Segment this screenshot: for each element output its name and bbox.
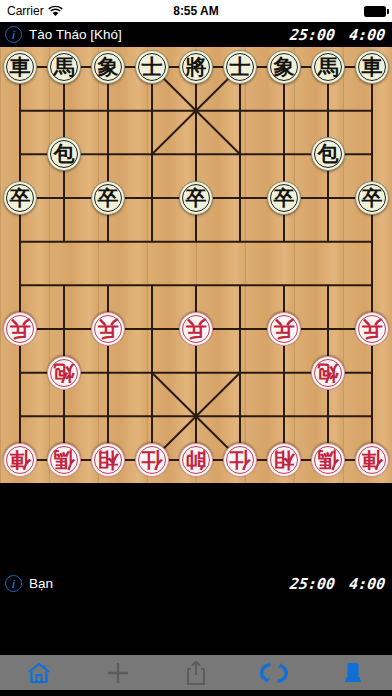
piece-red-6-0[interactable]: 兵 (3, 312, 37, 346)
piece-glyph: 車 (10, 57, 31, 78)
player-name: Bạn (29, 576, 53, 591)
piece-glyph: 炮 (54, 362, 75, 383)
piece-glyph: 相 (98, 450, 119, 471)
piece-red-6-6[interactable]: 兵 (267, 312, 301, 346)
player-info-button[interactable]: i (5, 575, 22, 592)
piece-glyph: 象 (274, 57, 295, 78)
opponent-clocks: 25:00 4:00 (289, 26, 392, 44)
piece-red-9-3[interactable]: 仕 (135, 443, 169, 477)
piece-black-0-0[interactable]: 車 (3, 50, 37, 84)
piece-glyph: 卒 (10, 188, 31, 209)
opponent-info-button[interactable]: i (5, 26, 22, 43)
piece-glyph: 士 (230, 57, 251, 78)
piece-glyph: 馬 (54, 57, 75, 78)
player-move-clock: 4:00 (348, 575, 386, 593)
piece-red-9-2[interactable]: 相 (91, 443, 125, 477)
tab-share[interactable] (157, 655, 235, 690)
piece-red-9-8[interactable]: 俥 (355, 443, 389, 477)
piece-black-3-4[interactable]: 卒 (179, 181, 213, 215)
piece-black-3-6[interactable]: 卒 (267, 181, 301, 215)
piece-glyph: 仕 (142, 450, 163, 471)
tab-pieces[interactable] (314, 655, 392, 690)
piece-glyph: 馬 (318, 57, 339, 78)
app-screen: Carrier 8:55 AM i Tào Tháo [Khó] 25:00 4… (0, 0, 392, 696)
piece-black-0-6[interactable]: 象 (267, 50, 301, 84)
piece-glyph: 士 (142, 57, 163, 78)
opponent-move-clock: 4:00 (348, 26, 386, 44)
piece-glyph: 將 (186, 57, 207, 78)
piece-glyph: 卒 (186, 188, 207, 209)
piece-glyph: 包 (318, 144, 339, 165)
plus-icon (106, 661, 130, 685)
piece-black-0-5[interactable]: 士 (223, 50, 257, 84)
piece-glyph: 兵 (274, 319, 295, 340)
piece-glyph: 兵 (186, 319, 207, 340)
player-main-clock: 25:00 (289, 575, 336, 593)
piece-glyph: 象 (98, 57, 119, 78)
battery-icon (364, 6, 386, 17)
home-icon (26, 661, 52, 685)
battery-area (360, 6, 392, 17)
piece-red-6-8[interactable]: 兵 (355, 312, 389, 346)
opponent-bar: i Tào Tháo [Khó] 25:00 4:00 (0, 22, 392, 47)
player-clocks: 25:00 4:00 (289, 575, 392, 593)
piece-black-0-3[interactable]: 士 (135, 50, 169, 84)
tab-home[interactable] (0, 655, 78, 690)
piece-red-9-5[interactable]: 仕 (223, 443, 257, 477)
piece-black-3-2[interactable]: 卒 (91, 181, 125, 215)
piece-red-9-0[interactable]: 俥 (3, 443, 37, 477)
piece-glyph: 炮 (318, 362, 339, 383)
tab-new-game[interactable] (78, 655, 156, 690)
piece-glyph: 兵 (362, 319, 383, 340)
piece-glyph: 包 (54, 144, 75, 165)
piece-glyph: 相 (274, 450, 295, 471)
piece-glyph: 卒 (274, 188, 295, 209)
piece-red-9-4[interactable]: 帥 (179, 443, 213, 477)
piece-glyph: 帥 (186, 450, 207, 471)
piece-black-0-2[interactable]: 象 (91, 50, 125, 84)
rotate-icon (260, 661, 288, 685)
piece-black-3-0[interactable]: 卒 (3, 181, 37, 215)
piece-black-0-8[interactable]: 車 (355, 50, 389, 84)
piece-glyph: 俥 (10, 450, 31, 471)
piece-glyph: 車 (362, 57, 383, 78)
piece-black-0-1[interactable]: 馬 (47, 50, 81, 84)
share-icon (184, 660, 208, 686)
tab-bar (0, 655, 392, 690)
bottom-strip (0, 690, 392, 696)
tab-flip-board[interactable] (235, 655, 313, 690)
board-grid-lines (0, 47, 392, 483)
piece-black-0-7[interactable]: 馬 (311, 50, 345, 84)
piece-glyph: 兵 (98, 319, 119, 340)
piece-red-6-2[interactable]: 兵 (91, 312, 125, 346)
status-bar: Carrier 8:55 AM (0, 0, 392, 22)
piece-glyph: 俥 (362, 450, 383, 471)
opponent-main-clock: 25:00 (289, 26, 336, 44)
piece-icon (342, 661, 364, 685)
status-time: 8:55 AM (0, 4, 392, 18)
piece-red-7-1[interactable]: 炮 (47, 356, 81, 390)
piece-glyph: 傌 (318, 450, 339, 471)
piece-glyph: 兵 (10, 319, 31, 340)
piece-glyph: 卒 (362, 188, 383, 209)
opponent-name: Tào Tháo [Khó] (29, 27, 122, 42)
piece-red-7-7[interactable]: 炮 (311, 356, 345, 390)
piece-glyph: 傌 (54, 450, 75, 471)
piece-glyph: 卒 (98, 188, 119, 209)
piece-red-9-7[interactable]: 傌 (311, 443, 345, 477)
bottom-panel: i Bạn 25:00 4:00 (0, 483, 392, 655)
piece-black-0-4[interactable]: 將 (179, 50, 213, 84)
piece-red-6-4[interactable]: 兵 (179, 312, 213, 346)
piece-red-9-1[interactable]: 傌 (47, 443, 81, 477)
piece-black-3-8[interactable]: 卒 (355, 181, 389, 215)
piece-red-9-6[interactable]: 相 (267, 443, 301, 477)
xiangqi-board[interactable]: 車馬象士將士象馬車包包卒卒卒卒卒兵兵兵兵兵炮炮俥傌相仕帥仕相傌俥 (0, 47, 392, 483)
piece-glyph: 仕 (230, 450, 251, 471)
